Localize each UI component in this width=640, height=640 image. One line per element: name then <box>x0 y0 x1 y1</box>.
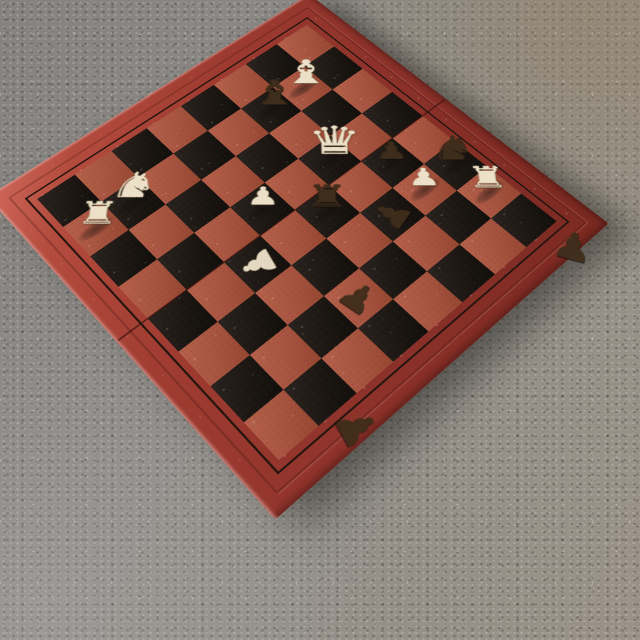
piece-black-pawn-g4[interactable]: ♟ <box>369 139 415 162</box>
square-b1 <box>284 358 357 426</box>
square-c6 <box>166 180 231 233</box>
square-g1 <box>460 218 527 274</box>
square-b4 <box>187 262 256 321</box>
piece-black-rook-e4[interactable]: ♜ <box>304 181 350 211</box>
chess-board: ♜♞♝♝♛♟♟♜♟♟♟♞♟♜♟♟ <box>0 0 609 520</box>
piece-black-pawn-h1-fallen[interactable]: ♟ <box>546 223 600 271</box>
square-d1 <box>358 299 429 362</box>
piece-white-pawn-d5[interactable]: ♟ <box>240 184 286 209</box>
square-b2 <box>250 325 322 390</box>
square-a5 <box>118 259 186 318</box>
piece-white-pawn-c4-fallen[interactable]: ♟ <box>229 238 287 290</box>
square-c4 <box>224 236 291 293</box>
square-d7 <box>173 131 235 180</box>
piece-black-bishop-f7[interactable]: ♝ <box>250 76 293 110</box>
square-c3 <box>255 265 324 325</box>
square-b3 <box>218 293 288 355</box>
square-b5 <box>157 233 224 290</box>
piece-white-pawn-g3[interactable]: ♟ <box>400 165 447 189</box>
square-a6 <box>90 230 157 287</box>
square-e2 <box>359 241 427 299</box>
carpet-floor: ♜♞♝♝♛♟♟♜♟♟♟♞♟♜♟♟ <box>0 0 640 640</box>
square-d2 <box>324 268 393 328</box>
square-e8 <box>181 85 241 131</box>
square-c5 <box>194 207 260 262</box>
square-c2 <box>288 296 358 358</box>
square-a2 <box>211 355 284 422</box>
piece-white-rook-a7[interactable]: ♜ <box>73 197 123 228</box>
square-e6 <box>236 133 299 182</box>
square-g2 <box>425 191 491 245</box>
square-c1 <box>321 328 393 393</box>
piece-white-rook-h2[interactable]: ♜ <box>463 163 512 192</box>
square-e1 <box>393 271 462 331</box>
square-a4 <box>148 290 218 352</box>
square-e7 <box>208 109 269 157</box>
pieces-layer: ♜♞♝♝♛♟♟♜♟♟♟♞♟♜♟♟ <box>0 0 309 197</box>
square-d4 <box>260 210 326 265</box>
square-h5 <box>362 92 423 138</box>
piece-white-queen-f5[interactable]: ♛ <box>307 121 352 160</box>
square-d8 <box>147 106 208 153</box>
piece-black-pawn-b1-fallen[interactable]: ♟ <box>322 396 390 461</box>
square-h6 <box>333 69 393 114</box>
square-h1 <box>491 193 557 247</box>
piece-black-pawn-d2-fallen[interactable]: ♟ <box>326 271 390 326</box>
square-b6 <box>129 204 195 259</box>
square-a1 <box>244 390 319 460</box>
